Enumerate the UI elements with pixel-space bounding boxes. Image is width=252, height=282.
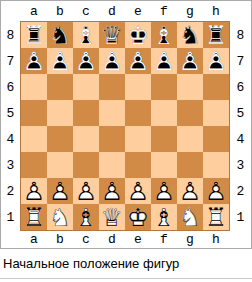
square-a5 bbox=[21, 100, 47, 126]
black-pawn: ♟︎♙︎ bbox=[73, 48, 99, 74]
square-h1: ♜︎♖︎ bbox=[203, 204, 229, 230]
corner-top-right bbox=[230, 1, 251, 21]
file-label-e: e bbox=[125, 231, 151, 248]
black-rook: ♜︎♖︎ bbox=[21, 22, 47, 48]
square-e4 bbox=[125, 126, 151, 152]
square-b4 bbox=[47, 126, 73, 152]
square-c7: ♟︎♙︎ bbox=[73, 48, 99, 74]
white-bishop: ♝︎♗︎ bbox=[151, 204, 177, 230]
rank-label-5: 5 bbox=[230, 100, 251, 126]
rank-label-7: 7 bbox=[1, 48, 20, 74]
white-king: ♚︎♔︎ bbox=[125, 204, 151, 230]
chess-diagram[interactable]: abcdefgh 87654321 ♜︎♖︎♞︎♘︎♝︎♗︎♛︎♕︎♚︎♔︎♝︎… bbox=[0, 0, 252, 249]
page: abcdefgh 87654321 ♜︎♖︎♞︎♘︎♝︎♗︎♛︎♕︎♚︎♔︎♝︎… bbox=[0, 0, 252, 282]
rank-label-8: 8 bbox=[1, 22, 20, 48]
file-label-f: f bbox=[151, 231, 177, 248]
square-a3 bbox=[21, 152, 47, 178]
white-pawn: ♟︎♙︎ bbox=[99, 178, 125, 204]
square-c3 bbox=[73, 152, 99, 178]
rank-label-2: 2 bbox=[230, 178, 251, 204]
square-f6 bbox=[151, 74, 177, 100]
white-pawn: ♟︎♙︎ bbox=[177, 178, 203, 204]
file-labels-top: abcdefgh bbox=[20, 1, 230, 21]
square-c2: ♟︎♙︎ bbox=[73, 178, 99, 204]
file-label-b: b bbox=[47, 231, 73, 248]
file-label-c: c bbox=[73, 231, 99, 248]
white-queen: ♛︎♕︎ bbox=[99, 204, 125, 230]
white-rook: ♜︎♖︎ bbox=[203, 204, 229, 230]
square-b3 bbox=[47, 152, 73, 178]
square-e8: ♚︎♔︎ bbox=[125, 22, 151, 48]
rank-label-4: 4 bbox=[230, 126, 251, 152]
square-h5 bbox=[203, 100, 229, 126]
square-f7: ♟︎♙︎ bbox=[151, 48, 177, 74]
black-bishop: ♝︎♗︎ bbox=[151, 22, 177, 48]
square-c6 bbox=[73, 74, 99, 100]
white-knight: ♞︎♘︎ bbox=[177, 204, 203, 230]
square-d8: ♛︎♕︎ bbox=[99, 22, 125, 48]
white-bishop: ♝︎♗︎ bbox=[73, 204, 99, 230]
square-h2: ♟︎♙︎ bbox=[203, 178, 229, 204]
white-pawn: ♟︎♙︎ bbox=[73, 178, 99, 204]
square-f8: ♝︎♗︎ bbox=[151, 22, 177, 48]
file-label-d: d bbox=[99, 1, 125, 21]
square-a6 bbox=[21, 74, 47, 100]
file-label-g: g bbox=[177, 231, 203, 248]
square-e6 bbox=[125, 74, 151, 100]
white-pawn: ♟︎♙︎ bbox=[47, 178, 73, 204]
rank-label-3: 3 bbox=[1, 152, 20, 178]
square-c4 bbox=[73, 126, 99, 152]
square-h6 bbox=[203, 74, 229, 100]
square-e1: ♚︎♔︎ bbox=[125, 204, 151, 230]
black-bishop: ♝︎♗︎ bbox=[73, 22, 99, 48]
black-pawn: ♟︎♙︎ bbox=[47, 48, 73, 74]
corner-bottom-right bbox=[230, 231, 251, 248]
square-f3 bbox=[151, 152, 177, 178]
white-pawn: ♟︎♙︎ bbox=[125, 178, 151, 204]
file-label-a: a bbox=[21, 1, 47, 21]
caption: Начальное положение фигур bbox=[0, 249, 252, 278]
white-knight: ♞︎♘︎ bbox=[47, 204, 73, 230]
square-f2: ♟︎♙︎ bbox=[151, 178, 177, 204]
rank-label-1: 1 bbox=[230, 204, 251, 230]
file-label-e: e bbox=[125, 1, 151, 21]
black-queen: ♛︎♕︎ bbox=[99, 22, 125, 48]
black-knight: ♞︎♘︎ bbox=[177, 22, 203, 48]
rank-labels-left: 87654321 bbox=[1, 21, 20, 231]
square-g6 bbox=[177, 74, 203, 100]
black-pawn: ♟︎♙︎ bbox=[151, 48, 177, 74]
square-e5 bbox=[125, 100, 151, 126]
rank-label-5: 5 bbox=[1, 100, 20, 126]
square-b7: ♟︎♙︎ bbox=[47, 48, 73, 74]
square-c1: ♝︎♗︎ bbox=[73, 204, 99, 230]
file-labels-bottom: abcdefgh bbox=[20, 231, 230, 248]
square-f1: ♝︎♗︎ bbox=[151, 204, 177, 230]
square-b2: ♟︎♙︎ bbox=[47, 178, 73, 204]
black-knight: ♞︎♘︎ bbox=[47, 22, 73, 48]
corner-top-left bbox=[1, 1, 20, 21]
square-g7: ♟︎♙︎ bbox=[177, 48, 203, 74]
square-b5 bbox=[47, 100, 73, 126]
square-a8: ♜︎♖︎ bbox=[21, 22, 47, 48]
rank-label-7: 7 bbox=[230, 48, 251, 74]
rank-label-3: 3 bbox=[230, 152, 251, 178]
white-pawn: ♟︎♙︎ bbox=[21, 178, 47, 204]
square-e7: ♟︎♙︎ bbox=[125, 48, 151, 74]
file-label-h: h bbox=[203, 1, 229, 21]
file-label-c: c bbox=[73, 1, 99, 21]
corner-bottom-left bbox=[1, 231, 20, 248]
rank-label-8: 8 bbox=[230, 22, 251, 48]
file-label-b: b bbox=[47, 1, 73, 21]
black-pawn: ♟︎♙︎ bbox=[21, 48, 47, 74]
file-label-f: f bbox=[151, 1, 177, 21]
square-d7: ♟︎♙︎ bbox=[99, 48, 125, 74]
square-d4 bbox=[99, 126, 125, 152]
square-f4 bbox=[151, 126, 177, 152]
square-b8: ♞︎♘︎ bbox=[47, 22, 73, 48]
file-label-a: a bbox=[21, 231, 47, 248]
square-e2: ♟︎♙︎ bbox=[125, 178, 151, 204]
square-h7: ♟︎♙︎ bbox=[203, 48, 229, 74]
rank-label-1: 1 bbox=[1, 204, 20, 230]
file-label-g: g bbox=[177, 1, 203, 21]
rank-label-2: 2 bbox=[1, 178, 20, 204]
white-rook: ♜︎♖︎ bbox=[21, 204, 47, 230]
black-pawn: ♟︎♙︎ bbox=[177, 48, 203, 74]
square-d5 bbox=[99, 100, 125, 126]
chess-board: ♜︎♖︎♞︎♘︎♝︎♗︎♛︎♕︎♚︎♔︎♝︎♗︎♞︎♘︎♜︎♖︎♟︎♙︎♟︎♙︎… bbox=[20, 21, 230, 231]
black-rook: ♜︎♖︎ bbox=[203, 22, 229, 48]
square-g1: ♞︎♘︎ bbox=[177, 204, 203, 230]
square-h8: ♜︎♖︎ bbox=[203, 22, 229, 48]
square-g8: ♞︎♘︎ bbox=[177, 22, 203, 48]
square-c5 bbox=[73, 100, 99, 126]
square-g4 bbox=[177, 126, 203, 152]
white-pawn: ♟︎♙︎ bbox=[203, 178, 229, 204]
square-h3 bbox=[203, 152, 229, 178]
black-pawn: ♟︎♙︎ bbox=[99, 48, 125, 74]
square-g2: ♟︎♙︎ bbox=[177, 178, 203, 204]
square-b6 bbox=[47, 74, 73, 100]
black-king: ♚︎♔︎ bbox=[125, 22, 151, 48]
file-label-h: h bbox=[203, 231, 229, 248]
page-separator bbox=[0, 278, 252, 282]
square-a4 bbox=[21, 126, 47, 152]
black-pawn: ♟︎♙︎ bbox=[203, 48, 229, 74]
square-b1: ♞︎♘︎ bbox=[47, 204, 73, 230]
square-a2: ♟︎♙︎ bbox=[21, 178, 47, 204]
rank-label-6: 6 bbox=[230, 74, 251, 100]
square-d1: ♛︎♕︎ bbox=[99, 204, 125, 230]
square-g5 bbox=[177, 100, 203, 126]
black-pawn: ♟︎♙︎ bbox=[125, 48, 151, 74]
white-pawn: ♟︎♙︎ bbox=[151, 178, 177, 204]
rank-label-4: 4 bbox=[1, 126, 20, 152]
square-d3 bbox=[99, 152, 125, 178]
square-g3 bbox=[177, 152, 203, 178]
square-h4 bbox=[203, 126, 229, 152]
square-c8: ♝︎♗︎ bbox=[73, 22, 99, 48]
rank-labels-right: 87654321 bbox=[230, 21, 251, 231]
square-f5 bbox=[151, 100, 177, 126]
square-e3 bbox=[125, 152, 151, 178]
rank-label-6: 6 bbox=[1, 74, 20, 100]
square-a1: ♜︎♖︎ bbox=[21, 204, 47, 230]
square-d2: ♟︎♙︎ bbox=[99, 178, 125, 204]
square-d6 bbox=[99, 74, 125, 100]
square-a7: ♟︎♙︎ bbox=[21, 48, 47, 74]
file-label-d: d bbox=[99, 231, 125, 248]
